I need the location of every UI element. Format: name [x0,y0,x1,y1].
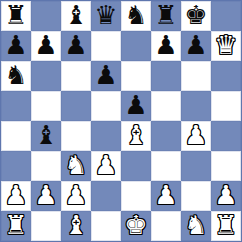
square-f8[interactable]: ♜ [151,1,181,31]
square-e8[interactable]: ♞ [121,1,151,31]
square-e3[interactable] [121,151,151,181]
square-a8[interactable]: ♜ [1,1,31,31]
square-b4[interactable]: ♝ [31,121,61,151]
square-f6[interactable] [151,61,181,91]
square-a1[interactable]: ♜ [1,211,31,241]
square-d6[interactable]: ♟ [91,61,121,91]
square-b8[interactable] [31,1,61,31]
white-knight-icon: ♞ [184,211,207,240]
square-c6[interactable] [61,61,91,91]
square-c7[interactable]: ♟ [61,31,91,61]
square-f4[interactable] [151,121,181,151]
square-b7[interactable]: ♟ [31,31,61,61]
white-pawn-icon: ♟ [4,181,27,210]
white-knight-icon: ♞ [64,151,87,180]
square-a5[interactable] [1,91,31,121]
black-pawn-icon: ♟ [94,61,117,90]
square-b2[interactable]: ♟ [31,181,61,211]
white-queen-icon: ♛ [214,31,237,60]
square-e4[interactable]: ♝ [121,121,151,151]
square-a4[interactable] [1,121,31,151]
white-pawn-icon: ♟ [34,181,57,210]
square-h4[interactable] [211,121,241,151]
square-a2[interactable]: ♟ [1,181,31,211]
square-c1[interactable]: ♝ [61,211,91,241]
black-pawn-icon: ♟ [124,91,147,120]
black-knight-icon: ♞ [124,1,147,30]
square-f7[interactable]: ♟ [151,31,181,61]
white-rook-icon: ♜ [4,211,27,240]
white-pawn-icon: ♟ [64,181,87,210]
black-rook-icon: ♜ [154,1,177,30]
square-b5[interactable] [31,91,61,121]
square-h6[interactable] [211,61,241,91]
square-h5[interactable] [211,91,241,121]
chess-board: ♜♝♛♞♜♚♟♟♟♟♟♛♞♟♟♝♝♟♞♟♟♟♟♟♟♜♝♚♞♜ [0,0,242,242]
black-pawn-icon: ♟ [154,31,177,60]
black-king-icon: ♚ [184,1,207,30]
square-e2[interactable] [121,181,151,211]
square-b1[interactable] [31,211,61,241]
square-d4[interactable] [91,121,121,151]
black-pawn-icon: ♟ [184,31,207,60]
square-e5[interactable]: ♟ [121,91,151,121]
square-b3[interactable] [31,151,61,181]
square-a3[interactable] [1,151,31,181]
square-f1[interactable] [151,211,181,241]
white-pawn-icon: ♟ [154,181,177,210]
square-f3[interactable] [151,151,181,181]
white-bishop-icon: ♝ [64,211,87,240]
square-g1[interactable]: ♞ [181,211,211,241]
square-d7[interactable] [91,31,121,61]
square-f2[interactable]: ♟ [151,181,181,211]
square-c3[interactable]: ♞ [61,151,91,181]
square-e6[interactable] [121,61,151,91]
square-g8[interactable]: ♚ [181,1,211,31]
white-pawn-icon: ♟ [184,121,207,150]
square-e7[interactable] [121,31,151,61]
square-g2[interactable] [181,181,211,211]
square-h7[interactable]: ♛ [211,31,241,61]
black-bishop-icon: ♝ [64,1,87,30]
black-pawn-icon: ♟ [34,31,57,60]
square-d5[interactable] [91,91,121,121]
square-f5[interactable] [151,91,181,121]
white-pawn-icon: ♟ [214,181,237,210]
square-d8[interactable]: ♛ [91,1,121,31]
square-a6[interactable]: ♞ [1,61,31,91]
square-c5[interactable] [61,91,91,121]
black-queen-icon: ♛ [94,1,117,30]
square-d3[interactable]: ♟ [91,151,121,181]
black-rook-icon: ♜ [4,1,27,30]
white-rook-icon: ♜ [214,211,237,240]
square-c2[interactable]: ♟ [61,181,91,211]
square-h1[interactable]: ♜ [211,211,241,241]
black-pawn-icon: ♟ [4,31,27,60]
square-d1[interactable] [91,211,121,241]
square-b6[interactable] [31,61,61,91]
square-g4[interactable]: ♟ [181,121,211,151]
square-e1[interactable]: ♚ [121,211,151,241]
white-bishop-icon: ♝ [124,121,147,150]
square-h8[interactable] [211,1,241,31]
square-g5[interactable] [181,91,211,121]
square-g6[interactable] [181,61,211,91]
square-g3[interactable] [181,151,211,181]
black-knight-icon: ♞ [4,61,27,90]
white-king-icon: ♚ [124,211,147,240]
square-a7[interactable]: ♟ [1,31,31,61]
white-pawn-icon: ♟ [94,151,117,180]
square-g7[interactable]: ♟ [181,31,211,61]
square-c8[interactable]: ♝ [61,1,91,31]
square-c4[interactable] [61,121,91,151]
square-d2[interactable] [91,181,121,211]
square-h2[interactable]: ♟ [211,181,241,211]
black-pawn-icon: ♟ [64,31,87,60]
black-bishop-icon: ♝ [34,121,57,150]
chess-board-container: ♜♝♛♞♜♚♟♟♟♟♟♛♞♟♟♝♝♟♞♟♟♟♟♟♟♜♝♚♞♜ [0,0,242,242]
square-h3[interactable] [211,151,241,181]
